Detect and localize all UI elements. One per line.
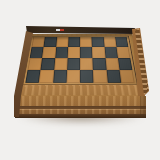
sliding-lid-groove xyxy=(15,106,146,109)
board-square-r2c4-light xyxy=(67,47,80,58)
board-square-r4c8-light xyxy=(119,70,134,83)
board-square-r1c2-dark xyxy=(44,37,57,47)
board-square-r4c2-light xyxy=(39,70,54,83)
board-square-r4c3-dark xyxy=(53,70,67,83)
box-front-face xyxy=(15,96,146,118)
product-photo-wooden-checkerboard-box xyxy=(0,0,160,160)
front-right-corner-shade xyxy=(140,96,146,118)
board-top-surface xyxy=(15,34,145,96)
board-square-r4c4-light xyxy=(66,70,80,83)
board-square-r1c6-dark xyxy=(92,37,105,47)
board-square-r2c5-dark xyxy=(80,47,93,58)
checkerboard-grid xyxy=(25,37,134,83)
board-square-r3c8-dark xyxy=(118,58,133,70)
back-edge-marking xyxy=(56,29,64,31)
board-square-r1c5-light xyxy=(80,37,92,47)
board-apron-wood xyxy=(17,85,143,95)
board-square-r3c5-light xyxy=(80,58,93,70)
board-square-r2c3-dark xyxy=(55,47,68,58)
board-square-r1c3-light xyxy=(56,37,69,47)
board-square-r3c6-dark xyxy=(93,58,107,70)
board-square-r3c4-dark xyxy=(67,58,80,70)
board-square-r3c3-light xyxy=(54,58,68,70)
board-square-r2c6-light xyxy=(92,47,105,58)
board-inlay-frame xyxy=(22,36,138,85)
board-square-r4c5-dark xyxy=(80,70,94,83)
board-square-r1c8-dark xyxy=(115,37,128,47)
board-square-r3c2-dark xyxy=(41,58,55,70)
board-top-perspective xyxy=(15,34,145,96)
board-square-r2c2-light xyxy=(42,47,56,58)
board-square-r2c8-light xyxy=(116,47,130,58)
board-square-r4c6-light xyxy=(93,70,107,83)
box-bottom-edge xyxy=(15,114,146,118)
board-square-r1c4-dark xyxy=(68,37,80,47)
